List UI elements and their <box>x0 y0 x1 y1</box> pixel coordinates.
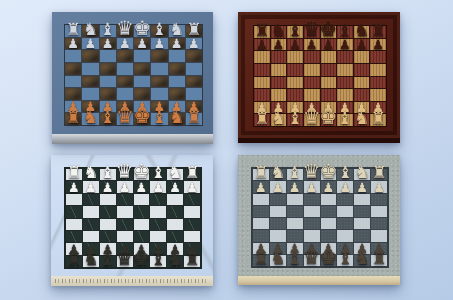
square-h6[interactable] <box>184 194 200 205</box>
square-g4[interactable] <box>169 76 185 88</box>
piece-top-n[interactable]: ♞ <box>83 21 98 38</box>
piece-top-p[interactable]: ♟ <box>289 181 301 194</box>
square-a6[interactable] <box>254 51 270 63</box>
square-f7[interactable]: ♟ <box>151 38 167 50</box>
square-d4[interactable] <box>117 219 133 230</box>
chess-board-blue-metal: ♜♞♝♛♚♝♞♜♟♟♟♟♟♟♟♟♟♟♟♟♟♟♟♟♜♞♝♛♚♝♞♜ <box>52 12 213 144</box>
square-f5[interactable] <box>337 64 353 76</box>
square-c5[interactable] <box>100 63 116 75</box>
square-f4[interactable] <box>150 219 166 230</box>
piece-bottom-b[interactable]: ♝ <box>287 250 302 267</box>
square-d1[interactable]: ♛ <box>304 114 320 126</box>
square-h4[interactable] <box>186 76 202 88</box>
square-h1[interactable]: ♜ <box>184 256 200 267</box>
piece-top-p[interactable]: ♟ <box>255 181 267 194</box>
piece-top-p[interactable]: ♟ <box>186 181 198 194</box>
piece-top-p[interactable]: ♟ <box>102 181 114 194</box>
square-b4[interactable] <box>82 76 98 88</box>
square-h7[interactable]: ♟ <box>370 39 386 51</box>
square-f4[interactable] <box>151 76 167 88</box>
piece-bottom-n[interactable]: ♞ <box>270 250 285 267</box>
square-a3[interactable] <box>66 231 82 242</box>
square-f8[interactable]: ♝ <box>151 25 167 37</box>
square-e1[interactable]: ♚ <box>134 113 150 125</box>
piece-bottom-b[interactable]: ♝ <box>151 251 166 268</box>
square-h4[interactable] <box>370 77 386 89</box>
piece-top-p[interactable]: ♟ <box>188 37 200 50</box>
square-g8[interactable]: ♞ <box>167 169 183 180</box>
piece-bottom-b[interactable]: ♝ <box>100 109 115 126</box>
piece-top-r[interactable]: ♜ <box>371 22 386 39</box>
square-h7[interactable]: ♟ <box>186 38 202 50</box>
square-h6[interactable] <box>186 50 202 62</box>
square-g5[interactable] <box>167 206 183 217</box>
square-b1[interactable]: ♞ <box>82 113 98 125</box>
piece-top-q[interactable]: ♛ <box>303 19 321 39</box>
square-c6[interactable] <box>100 194 116 205</box>
square-d7[interactable]: ♟ <box>117 181 133 192</box>
piece-bottom-n[interactable]: ♞ <box>83 109 98 126</box>
square-a4[interactable] <box>66 219 82 230</box>
square-c3[interactable] <box>100 88 116 100</box>
square-b3[interactable] <box>82 88 98 100</box>
piece-top-p[interactable]: ♟ <box>339 38 351 51</box>
square-d6[interactable] <box>117 50 133 62</box>
square-h7[interactable]: ♟ <box>371 181 387 192</box>
piece-bottom-n[interactable]: ♞ <box>271 110 286 127</box>
piece-bottom-r[interactable]: ♜ <box>184 251 199 268</box>
square-e3[interactable] <box>321 89 337 101</box>
square-f6[interactable] <box>151 50 167 62</box>
square-d7[interactable]: ♟ <box>304 181 320 192</box>
square-g3[interactable] <box>167 231 183 242</box>
piece-bottom-q[interactable]: ♛ <box>116 248 134 268</box>
square-e6[interactable] <box>134 50 150 62</box>
square-c5[interactable] <box>100 206 116 217</box>
square-c4[interactable] <box>287 218 303 229</box>
piece-top-p[interactable]: ♟ <box>356 181 368 194</box>
square-c3[interactable] <box>287 89 303 101</box>
piece-top-r[interactable]: ♜ <box>66 21 81 38</box>
square-a4[interactable] <box>253 218 269 229</box>
square-a5[interactable] <box>254 64 270 76</box>
piece-bottom-r[interactable]: ♜ <box>253 250 268 267</box>
square-d8[interactable]: ♛ <box>117 25 133 37</box>
square-b6[interactable] <box>83 194 99 205</box>
square-f7[interactable]: ♟ <box>337 181 353 192</box>
square-c8[interactable]: ♝ <box>100 25 116 37</box>
piece-top-p[interactable]: ♟ <box>152 181 164 194</box>
square-b6[interactable] <box>271 51 287 63</box>
square-g1[interactable]: ♞ <box>354 255 370 266</box>
square-a1[interactable]: ♜ <box>66 256 82 267</box>
square-b1[interactable]: ♞ <box>270 255 286 266</box>
square-h1[interactable]: ♜ <box>370 114 386 126</box>
piece-top-p[interactable]: ♟ <box>289 38 301 51</box>
square-g6[interactable] <box>354 194 370 205</box>
piece-bottom-b[interactable]: ♝ <box>100 251 115 268</box>
square-e3[interactable] <box>134 88 150 100</box>
square-f1[interactable]: ♝ <box>337 255 353 266</box>
piece-top-b[interactable]: ♝ <box>100 21 115 38</box>
piece-top-p[interactable]: ♟ <box>373 181 385 194</box>
square-a7[interactable]: ♟ <box>65 38 81 50</box>
piece-top-p[interactable]: ♟ <box>323 181 335 194</box>
square-e7[interactable]: ♟ <box>134 38 150 50</box>
engraved-inscription <box>55 279 209 283</box>
square-e5[interactable] <box>321 64 337 76</box>
square-b1[interactable]: ♞ <box>271 114 287 126</box>
piece-top-p[interactable]: ♟ <box>306 181 318 194</box>
square-g4[interactable] <box>167 219 183 230</box>
piece-top-p[interactable]: ♟ <box>85 37 97 50</box>
square-f1[interactable]: ♝ <box>151 113 167 125</box>
square-e1[interactable]: ♚ <box>321 255 337 266</box>
square-a8[interactable]: ♜ <box>254 26 270 38</box>
square-g1[interactable]: ♞ <box>354 114 370 126</box>
piece-top-p[interactable]: ♟ <box>322 38 334 51</box>
piece-top-p[interactable]: ♟ <box>154 37 166 50</box>
square-c8[interactable]: ♝ <box>100 169 116 180</box>
square-b3[interactable] <box>271 89 287 101</box>
square-e8[interactable]: ♚ <box>134 169 150 180</box>
piece-top-k[interactable]: ♚ <box>319 19 337 39</box>
square-h6[interactable] <box>371 194 387 205</box>
piece-top-k[interactable]: ♚ <box>133 18 151 38</box>
piece-bottom-n[interactable]: ♞ <box>168 251 183 268</box>
piece-top-p[interactable]: ♟ <box>169 181 181 194</box>
square-e4[interactable] <box>134 76 150 88</box>
square-f6[interactable] <box>337 51 353 63</box>
square-c6[interactable] <box>287 51 303 63</box>
piece-bottom-b[interactable]: ♝ <box>287 110 302 127</box>
square-d8[interactable]: ♛ <box>117 169 133 180</box>
square-e4[interactable] <box>321 77 337 89</box>
square-a1[interactable]: ♜ <box>253 255 269 266</box>
square-g6[interactable] <box>169 50 185 62</box>
square-g7[interactable]: ♟ <box>354 181 370 192</box>
square-e5[interactable] <box>321 206 337 217</box>
piece-top-p[interactable]: ♟ <box>272 181 284 194</box>
piece-bottom-r[interactable]: ♜ <box>371 110 386 127</box>
piece-bottom-n[interactable]: ♞ <box>355 250 370 267</box>
piece-top-q[interactable]: ♛ <box>116 18 134 38</box>
piece-top-n[interactable]: ♞ <box>169 21 184 38</box>
square-b4[interactable] <box>271 77 287 89</box>
square-h5[interactable] <box>186 63 202 75</box>
square-e7[interactable]: ♟ <box>321 39 337 51</box>
square-b8[interactable]: ♞ <box>271 26 287 38</box>
square-g4[interactable] <box>354 77 370 89</box>
square-c1[interactable]: ♝ <box>100 256 116 267</box>
square-c4[interactable] <box>100 219 116 230</box>
square-d3[interactable] <box>117 88 133 100</box>
square-g7[interactable]: ♟ <box>169 38 185 50</box>
square-d5[interactable] <box>304 64 320 76</box>
square-e7[interactable]: ♟ <box>134 181 150 192</box>
square-g4[interactable] <box>354 218 370 229</box>
square-g5[interactable] <box>354 206 370 217</box>
square-a1[interactable]: ♜ <box>65 113 81 125</box>
square-h1[interactable]: ♜ <box>186 113 202 125</box>
piece-top-b[interactable]: ♝ <box>287 22 302 39</box>
square-d6[interactable] <box>304 51 320 63</box>
square-h8[interactable]: ♜ <box>184 169 200 180</box>
square-a6[interactable] <box>66 194 82 205</box>
square-c1[interactable]: ♝ <box>287 255 303 266</box>
square-c7[interactable]: ♟ <box>287 181 303 192</box>
square-b8[interactable]: ♞ <box>82 25 98 37</box>
piece-bottom-r[interactable]: ♜ <box>186 109 201 126</box>
square-e4[interactable] <box>134 219 150 230</box>
square-c7[interactable]: ♟ <box>287 39 303 51</box>
square-f7[interactable]: ♟ <box>337 39 353 51</box>
piece-bottom-q[interactable]: ♛ <box>303 247 321 267</box>
square-h3[interactable] <box>186 88 202 100</box>
piece-top-p[interactable]: ♟ <box>119 181 131 194</box>
piece-top-p[interactable]: ♟ <box>136 181 148 194</box>
square-g7[interactable]: ♟ <box>167 181 183 192</box>
square-a8[interactable]: ♜ <box>65 25 81 37</box>
square-g1[interactable]: ♞ <box>169 113 185 125</box>
square-f4[interactable] <box>337 218 353 229</box>
square-b4[interactable] <box>83 219 99 230</box>
square-g8[interactable]: ♞ <box>354 26 370 38</box>
piece-top-p[interactable]: ♟ <box>339 181 351 194</box>
square-c5[interactable] <box>287 206 303 217</box>
square-g5[interactable] <box>169 63 185 75</box>
square-h5[interactable] <box>184 206 200 217</box>
square-c5[interactable] <box>287 64 303 76</box>
square-h5[interactable] <box>370 64 386 76</box>
square-f3[interactable] <box>151 88 167 100</box>
square-b5[interactable] <box>82 63 98 75</box>
square-d5[interactable] <box>304 206 320 217</box>
square-e8[interactable]: ♚ <box>134 25 150 37</box>
square-f8[interactable]: ♝ <box>337 26 353 38</box>
square-f3[interactable] <box>337 89 353 101</box>
square-g3[interactable] <box>354 89 370 101</box>
square-d4[interactable] <box>304 218 320 229</box>
square-b5[interactable] <box>83 206 99 217</box>
square-b7[interactable]: ♟ <box>270 181 286 192</box>
piece-bottom-b[interactable]: ♝ <box>337 110 352 127</box>
square-b5[interactable] <box>271 64 287 76</box>
square-g8[interactable]: ♞ <box>169 25 185 37</box>
square-c4[interactable] <box>287 77 303 89</box>
square-a4[interactable] <box>65 76 81 88</box>
piece-top-p[interactable]: ♟ <box>68 181 80 194</box>
square-e6[interactable] <box>134 194 150 205</box>
piece-bottom-k[interactable]: ♚ <box>132 248 150 268</box>
square-d5[interactable] <box>117 63 133 75</box>
piece-bottom-q[interactable]: ♛ <box>303 107 321 127</box>
square-e1[interactable]: ♚ <box>321 114 337 126</box>
square-g6[interactable] <box>167 194 183 205</box>
square-a7[interactable]: ♟ <box>253 181 269 192</box>
chess-board-stone: ♜♞♝♛♚♝♞♜♟♟♟♟♟♟♟♟♟♟♟♟♟♟♟♟♜♞♝♛♚♝♞♜ <box>238 155 400 285</box>
piece-top-n[interactable]: ♞ <box>354 22 369 39</box>
square-g3[interactable] <box>169 88 185 100</box>
square-c4[interactable] <box>100 76 116 88</box>
piece-bottom-b[interactable]: ♝ <box>152 109 167 126</box>
piece-top-p[interactable]: ♟ <box>171 37 183 50</box>
square-e5[interactable] <box>134 63 150 75</box>
board-front-edge <box>238 138 400 143</box>
square-b4[interactable] <box>270 218 286 229</box>
square-d5[interactable] <box>117 206 133 217</box>
square-d1[interactable]: ♛ <box>117 113 133 125</box>
piece-bottom-b[interactable]: ♝ <box>338 250 353 267</box>
square-f4[interactable] <box>337 77 353 89</box>
piece-top-p[interactable]: ♟ <box>306 38 318 51</box>
square-a8[interactable]: ♜ <box>66 169 82 180</box>
piece-top-n[interactable]: ♞ <box>271 22 286 39</box>
piece-top-p[interactable]: ♟ <box>372 38 384 51</box>
square-a4[interactable] <box>254 77 270 89</box>
piece-top-b[interactable]: ♝ <box>152 21 167 38</box>
square-b7[interactable]: ♟ <box>271 39 287 51</box>
square-h3[interactable] <box>184 231 200 242</box>
square-a1[interactable]: ♜ <box>254 114 270 126</box>
square-a3[interactable] <box>254 89 270 101</box>
square-e6[interactable] <box>321 194 337 205</box>
square-a5[interactable] <box>65 63 81 75</box>
square-e6[interactable] <box>321 51 337 63</box>
square-c1[interactable]: ♝ <box>287 114 303 126</box>
piece-bottom-r[interactable]: ♜ <box>371 250 386 267</box>
piece-bottom-k[interactable]: ♚ <box>319 247 337 267</box>
piece-top-b[interactable]: ♝ <box>337 22 352 39</box>
piece-top-p[interactable]: ♟ <box>85 181 97 194</box>
square-e8[interactable]: ♚ <box>321 26 337 38</box>
square-c7[interactable]: ♟ <box>100 38 116 50</box>
square-h6[interactable] <box>370 51 386 63</box>
square-d6[interactable] <box>117 194 133 205</box>
piece-top-q[interactable]: ♛ <box>116 161 134 181</box>
square-e5[interactable] <box>134 206 150 217</box>
square-a6[interactable] <box>253 194 269 205</box>
board-front-edge <box>238 276 400 285</box>
square-h8[interactable]: ♜ <box>370 26 386 38</box>
square-h3[interactable] <box>370 89 386 101</box>
square-a3[interactable] <box>65 88 81 100</box>
square-f8[interactable]: ♝ <box>150 169 166 180</box>
square-f5[interactable] <box>150 206 166 217</box>
piece-bottom-n[interactable]: ♞ <box>83 251 98 268</box>
square-f5[interactable] <box>151 63 167 75</box>
square-d7[interactable]: ♟ <box>117 38 133 50</box>
square-d8[interactable]: ♛ <box>304 26 320 38</box>
square-d4[interactable] <box>117 76 133 88</box>
square-g7[interactable]: ♟ <box>354 39 370 51</box>
square-b6[interactable] <box>82 50 98 62</box>
square-h7[interactable]: ♟ <box>184 181 200 192</box>
square-h8[interactable]: ♜ <box>186 25 202 37</box>
piece-bottom-k[interactable]: ♚ <box>133 106 151 126</box>
piece-top-p[interactable]: ♟ <box>119 37 131 50</box>
board-squares: ♜♞♝♛♚♝♞♜♟♟♟♟♟♟♟♟♟♟♟♟♟♟♟♟♜♞♝♛♚♝♞♜ <box>64 24 203 126</box>
piece-top-p[interactable]: ♟ <box>102 37 114 50</box>
square-f1[interactable]: ♝ <box>337 114 353 126</box>
piece-top-q[interactable]: ♛ <box>303 161 321 181</box>
chess-board-mahogany-wood: ♜♞♝♛♚♝♞♜♟♟♟♟♟♟♟♟♟♟♟♟♟♟♟♟♜♞♝♛♚♝♞♜ <box>238 12 400 143</box>
square-f6[interactable] <box>150 194 166 205</box>
square-a7[interactable]: ♟ <box>254 39 270 51</box>
square-b1[interactable]: ♞ <box>83 256 99 267</box>
square-g5[interactable] <box>354 64 370 76</box>
piece-top-r[interactable]: ♜ <box>186 21 201 38</box>
square-c6[interactable] <box>100 50 116 62</box>
square-a7[interactable]: ♟ <box>66 181 82 192</box>
piece-bottom-k[interactable]: ♚ <box>319 107 337 127</box>
piece-top-p[interactable]: ♟ <box>356 38 368 51</box>
square-d1[interactable]: ♛ <box>117 256 133 267</box>
square-b8[interactable]: ♞ <box>83 169 99 180</box>
square-c1[interactable]: ♝ <box>100 113 116 125</box>
square-c6[interactable] <box>287 194 303 205</box>
square-f7[interactable]: ♟ <box>150 181 166 192</box>
piece-top-p[interactable]: ♟ <box>136 37 148 50</box>
piece-bottom-n[interactable]: ♞ <box>169 109 184 126</box>
square-b7[interactable]: ♟ <box>83 181 99 192</box>
square-f1[interactable]: ♝ <box>150 256 166 267</box>
square-d7[interactable]: ♟ <box>304 39 320 51</box>
square-b6[interactable] <box>270 194 286 205</box>
square-e3[interactable] <box>134 231 150 242</box>
piece-top-p[interactable]: ♟ <box>273 38 285 51</box>
square-a5[interactable] <box>66 206 82 217</box>
square-d6[interactable] <box>304 194 320 205</box>
square-d3[interactable] <box>304 89 320 101</box>
square-c7[interactable]: ♟ <box>100 181 116 192</box>
piece-top-p[interactable]: ♟ <box>256 38 268 51</box>
square-e7[interactable]: ♟ <box>321 181 337 192</box>
piece-bottom-r[interactable]: ♜ <box>66 109 81 126</box>
square-b7[interactable]: ♟ <box>82 38 98 50</box>
board-squares: ♜♞♝♛♚♝♞♜♟♟♟♟♟♟♟♟♟♟♟♟♟♟♟♟♜♞♝♛♚♝♞♜ <box>251 167 389 268</box>
square-g6[interactable] <box>354 51 370 63</box>
square-c8[interactable]: ♝ <box>287 26 303 38</box>
piece-top-k[interactable]: ♚ <box>132 161 150 181</box>
piece-bottom-q[interactable]: ♛ <box>116 106 134 126</box>
square-g1[interactable]: ♞ <box>167 256 183 267</box>
square-b3[interactable] <box>83 231 99 242</box>
piece-top-r[interactable]: ♜ <box>254 22 269 39</box>
square-f6[interactable] <box>337 194 353 205</box>
square-h4[interactable] <box>184 219 200 230</box>
square-h4[interactable] <box>371 218 387 229</box>
square-a6[interactable] <box>65 50 81 62</box>
square-f5[interactable] <box>337 206 353 217</box>
piece-top-p[interactable]: ♟ <box>67 37 79 50</box>
square-d3[interactable] <box>117 231 133 242</box>
square-f3[interactable] <box>150 231 166 242</box>
piece-bottom-n[interactable]: ♞ <box>354 110 369 127</box>
square-b5[interactable] <box>270 206 286 217</box>
piece-top-k[interactable]: ♚ <box>319 161 337 181</box>
piece-bottom-r[interactable]: ♜ <box>254 110 269 127</box>
square-a5[interactable] <box>253 206 269 217</box>
piece-bottom-r[interactable]: ♜ <box>66 251 81 268</box>
square-e4[interactable] <box>321 218 337 229</box>
square-h1[interactable]: ♜ <box>371 255 387 266</box>
square-h5[interactable] <box>371 206 387 217</box>
square-d4[interactable] <box>304 77 320 89</box>
square-c3[interactable] <box>100 231 116 242</box>
square-e1[interactable]: ♚ <box>134 256 150 267</box>
square-d1[interactable]: ♛ <box>304 255 320 266</box>
